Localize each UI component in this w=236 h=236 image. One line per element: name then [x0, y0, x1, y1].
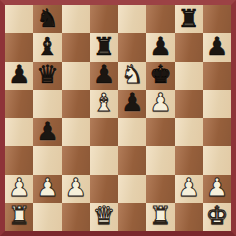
- black-queen: ♛: [36, 62, 58, 87]
- square-e4[interactable]: [118, 118, 146, 146]
- square-d1[interactable]: ♛: [90, 203, 118, 231]
- black-pawn: ♟: [206, 34, 228, 59]
- white-queen: ♛: [93, 203, 115, 228]
- white-knight: ♞: [121, 62, 143, 87]
- square-d3[interactable]: [90, 146, 118, 174]
- square-a7[interactable]: [5, 33, 33, 61]
- square-d2[interactable]: [90, 175, 118, 203]
- square-c6[interactable]: [62, 62, 90, 90]
- square-e2[interactable]: [118, 175, 146, 203]
- square-h3[interactable]: [203, 146, 231, 174]
- white-rook: ♜: [149, 203, 171, 228]
- white-king: ♚: [206, 203, 228, 228]
- white-rook: ♜: [8, 203, 30, 228]
- square-h1[interactable]: ♚: [203, 203, 231, 231]
- black-pawn: ♟: [36, 119, 58, 144]
- square-g3[interactable]: [175, 146, 203, 174]
- square-e5[interactable]: ♟: [118, 90, 146, 118]
- square-a3[interactable]: [5, 146, 33, 174]
- square-c4[interactable]: [62, 118, 90, 146]
- square-h6[interactable]: [203, 62, 231, 90]
- square-d4[interactable]: [90, 118, 118, 146]
- square-e8[interactable]: [118, 5, 146, 33]
- square-d7[interactable]: ♜: [90, 33, 118, 61]
- square-h8[interactable]: [203, 5, 231, 33]
- square-g1[interactable]: [175, 203, 203, 231]
- square-b4[interactable]: ♟: [33, 118, 61, 146]
- square-f8[interactable]: [146, 5, 174, 33]
- square-c5[interactable]: [62, 90, 90, 118]
- square-e3[interactable]: [118, 146, 146, 174]
- square-a2[interactable]: ♟: [5, 175, 33, 203]
- black-bishop: ♝: [36, 34, 58, 59]
- square-b3[interactable]: [33, 146, 61, 174]
- black-pawn: ♟: [93, 62, 115, 87]
- square-b5[interactable]: [33, 90, 61, 118]
- square-c8[interactable]: [62, 5, 90, 33]
- square-e6[interactable]: ♞: [118, 62, 146, 90]
- black-knight: ♞: [36, 6, 58, 31]
- square-a6[interactable]: ♟: [5, 62, 33, 90]
- square-c1[interactable]: [62, 203, 90, 231]
- white-bishop: ♝: [93, 90, 115, 115]
- white-pawn: ♟: [177, 175, 199, 200]
- white-pawn: ♟: [36, 175, 58, 200]
- square-a4[interactable]: [5, 118, 33, 146]
- white-pawn: ♟: [149, 90, 171, 115]
- square-c3[interactable]: [62, 146, 90, 174]
- square-f5[interactable]: ♟: [146, 90, 174, 118]
- white-pawn: ♟: [8, 175, 30, 200]
- black-pawn: ♟: [8, 62, 30, 87]
- square-g4[interactable]: [175, 118, 203, 146]
- white-pawn: ♟: [206, 175, 228, 200]
- black-rook: ♜: [177, 6, 199, 31]
- square-b8[interactable]: ♞: [33, 5, 61, 33]
- square-a5[interactable]: [5, 90, 33, 118]
- square-f7[interactable]: ♟: [146, 33, 174, 61]
- square-a8[interactable]: [5, 5, 33, 33]
- square-h4[interactable]: [203, 118, 231, 146]
- black-king: ♚: [149, 62, 171, 87]
- square-f3[interactable]: [146, 146, 174, 174]
- square-a1[interactable]: ♜: [5, 203, 33, 231]
- square-g7[interactable]: [175, 33, 203, 61]
- square-e7[interactable]: [118, 33, 146, 61]
- square-c7[interactable]: [62, 33, 90, 61]
- board-grid: ♞♜♝♜♟♟♟♛♟♞♚♝♟♟♟♟♟♟♟♟♜♛♜♚: [5, 5, 231, 231]
- square-h7[interactable]: ♟: [203, 33, 231, 61]
- square-b1[interactable]: [33, 203, 61, 231]
- square-c2[interactable]: ♟: [62, 175, 90, 203]
- square-h2[interactable]: ♟: [203, 175, 231, 203]
- square-d8[interactable]: [90, 5, 118, 33]
- black-rook: ♜: [93, 34, 115, 59]
- chess-board: ♞♜♝♜♟♟♟♛♟♞♚♝♟♟♟♟♟♟♟♟♜♛♜♚: [0, 0, 236, 236]
- square-f4[interactable]: [146, 118, 174, 146]
- square-g5[interactable]: [175, 90, 203, 118]
- square-f1[interactable]: ♜: [146, 203, 174, 231]
- square-g8[interactable]: ♜: [175, 5, 203, 33]
- square-g2[interactable]: ♟: [175, 175, 203, 203]
- black-pawn: ♟: [121, 90, 143, 115]
- square-f2[interactable]: [146, 175, 174, 203]
- square-g6[interactable]: [175, 62, 203, 90]
- square-d6[interactable]: ♟: [90, 62, 118, 90]
- square-f6[interactable]: ♚: [146, 62, 174, 90]
- square-b2[interactable]: ♟: [33, 175, 61, 203]
- square-b6[interactable]: ♛: [33, 62, 61, 90]
- square-b7[interactable]: ♝: [33, 33, 61, 61]
- black-pawn: ♟: [149, 34, 171, 59]
- white-pawn: ♟: [64, 175, 86, 200]
- square-e1[interactable]: [118, 203, 146, 231]
- square-h5[interactable]: [203, 90, 231, 118]
- square-d5[interactable]: ♝: [90, 90, 118, 118]
